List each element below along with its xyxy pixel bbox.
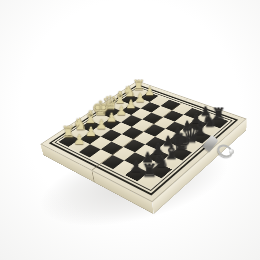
clasp-pin	[229, 149, 234, 154]
square-r1c8: ♜	[207, 116, 228, 128]
white-rook-piece: ♜	[123, 79, 153, 93]
square-r4c4	[132, 119, 153, 131]
square-r1c6	[183, 107, 204, 118]
white-bishop-piece: ♝	[104, 89, 135, 106]
metal-clasp	[203, 129, 245, 171]
product-photo: ♜♟♟♜♞♟♟♞♝♟♟♝♛♟♟♛♚♟♟♚♝♟♟♝♞♟♟♞♜♟♟♜	[0, 0, 260, 260]
